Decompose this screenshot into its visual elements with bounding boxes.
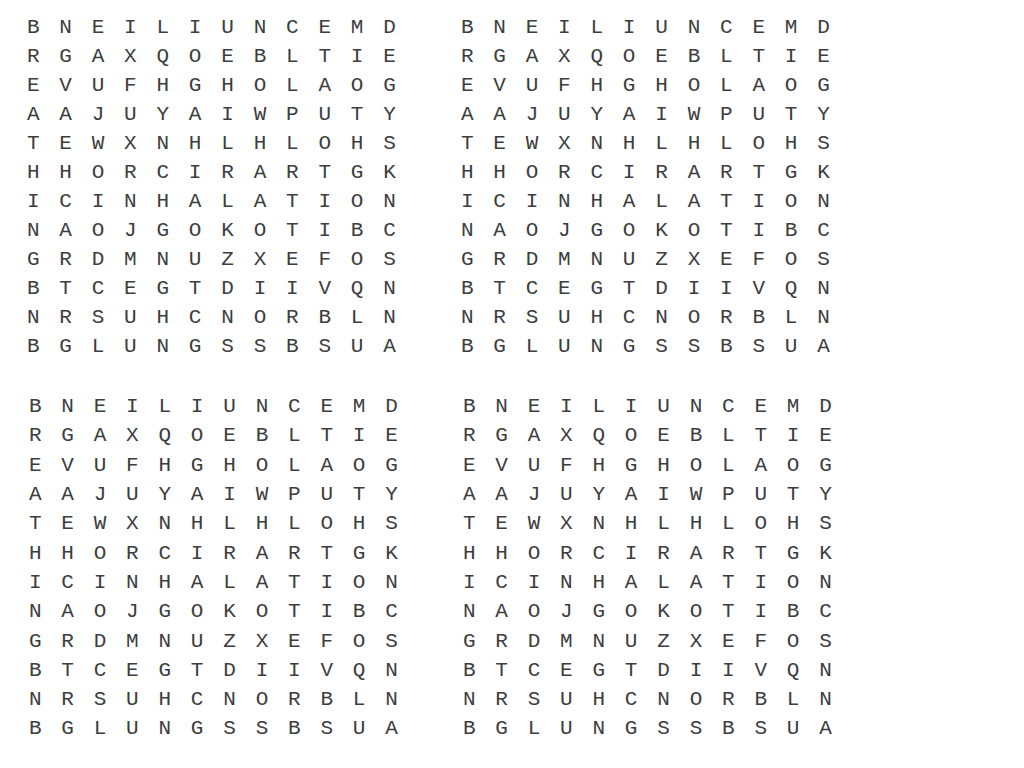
cell-r2c2: G: [49, 42, 81, 71]
cell-r12c3: L: [518, 714, 550, 743]
cell-r1c12: D: [809, 392, 841, 421]
cell-r7c10: I: [309, 187, 341, 216]
cell-r8c3: O: [82, 216, 114, 245]
cell-r7c2: C: [51, 568, 83, 597]
cell-r9c9: E: [276, 245, 308, 274]
cell-r11c8: O: [678, 303, 710, 332]
cell-r1c6: I: [615, 392, 647, 421]
cell-r10c9: I: [712, 656, 744, 685]
cell-r3c12: G: [809, 451, 841, 480]
cell-r2c2: G: [51, 421, 83, 450]
cell-r8c12: C: [809, 597, 841, 626]
cell-r6c8: A: [678, 158, 710, 187]
cell-r2c8: B: [244, 42, 276, 71]
cell-r11c9: R: [276, 303, 308, 332]
cell-r1c10: E: [743, 13, 775, 42]
cell-r2c5: Q: [581, 42, 613, 71]
cell-r7c8: A: [246, 568, 278, 597]
cell-r9c7: Z: [211, 245, 243, 274]
cell-r7c9: T: [278, 568, 310, 597]
cell-r11c4: U: [114, 303, 146, 332]
cell-r1c5: L: [149, 392, 181, 421]
cell-r11c4: U: [548, 303, 580, 332]
cell-r1c8: N: [244, 13, 276, 42]
cell-r3c10: A: [311, 451, 343, 480]
cell-r7c11: O: [775, 187, 807, 216]
cell-r10c10: V: [309, 274, 341, 303]
cell-r12c12: A: [375, 714, 407, 743]
cell-r11c10: B: [743, 303, 775, 332]
cell-r4c7: I: [647, 480, 679, 509]
cell-r1c5: L: [581, 13, 613, 42]
cell-r8c10: I: [309, 216, 341, 245]
cell-r9c4: M: [548, 245, 580, 274]
cell-r4c11: T: [341, 100, 373, 129]
cell-r10c11: Q: [343, 656, 375, 685]
cell-r1c1: B: [17, 13, 49, 42]
cell-r6c8: A: [246, 538, 278, 567]
cell-r6c1: H: [17, 158, 49, 187]
cell-r1c2: N: [49, 13, 81, 42]
cell-r6c5: C: [149, 538, 181, 567]
cell-r12c3: L: [84, 714, 116, 743]
cell-r6c7: R: [213, 538, 245, 567]
cell-r11c4: U: [550, 685, 582, 714]
cell-r1c7: U: [645, 13, 677, 42]
cell-r6c8: A: [244, 158, 276, 187]
cell-r9c5: N: [149, 626, 181, 655]
cell-r11c10: B: [745, 685, 777, 714]
cell-r10c2: T: [485, 656, 517, 685]
cell-r2c1: R: [451, 42, 483, 71]
cell-r8c11: B: [775, 216, 807, 245]
cell-r6c2: H: [49, 158, 81, 187]
cell-r10c5: G: [583, 656, 615, 685]
cell-r12c5: N: [581, 332, 613, 361]
cell-r1c3: E: [518, 392, 550, 421]
cell-r8c1: N: [17, 216, 49, 245]
cell-r11c6: C: [615, 685, 647, 714]
cell-r7c1: I: [17, 187, 49, 216]
cell-r4c4: U: [550, 480, 582, 509]
cell-r7c1: I: [451, 187, 483, 216]
word-search-grid-top-right: BNEILIUNCEMDRGAXQOEBLTIEEVUFHGHOLAOGAAJU…: [451, 13, 840, 361]
cell-r1c1: B: [19, 392, 51, 421]
cell-r2c5: Q: [149, 421, 181, 450]
cell-r3c3: U: [518, 451, 550, 480]
cell-r9c7: Z: [213, 626, 245, 655]
cell-r8c11: B: [777, 597, 809, 626]
cell-r9c12: S: [809, 626, 841, 655]
cell-r7c12: N: [809, 568, 841, 597]
cell-r1c1: B: [453, 392, 485, 421]
cell-r8c6: O: [179, 216, 211, 245]
cell-r4c8: W: [678, 100, 710, 129]
cell-r3c5: H: [581, 71, 613, 100]
cell-r6c7: R: [211, 158, 243, 187]
cell-r7c5: H: [583, 568, 615, 597]
cell-r11c11: L: [775, 303, 807, 332]
cell-r2c9: L: [712, 421, 744, 450]
cell-r6c10: T: [745, 538, 777, 567]
cell-r10c4: E: [114, 274, 146, 303]
cell-r11c6: C: [181, 685, 213, 714]
cell-r6c11: G: [341, 158, 373, 187]
cell-r5c6: H: [613, 129, 645, 158]
cell-r5c7: L: [645, 129, 677, 158]
cell-r5c5: N: [149, 509, 181, 538]
cell-r4c12: Y: [809, 480, 841, 509]
cell-r8c6: O: [615, 597, 647, 626]
cell-r8c5: G: [583, 597, 615, 626]
cell-r1c7: U: [647, 392, 679, 421]
cell-r5c12: S: [373, 129, 405, 158]
cell-r6c6: I: [181, 538, 213, 567]
cell-r2c10: T: [743, 42, 775, 71]
cell-r3c8: O: [246, 451, 278, 480]
cell-r9c9: E: [712, 626, 744, 655]
cell-r5c10: O: [745, 509, 777, 538]
cell-r10c8: I: [244, 274, 276, 303]
cell-r9c12: S: [807, 245, 839, 274]
cell-r1c1: B: [451, 13, 483, 42]
cell-r11c6: C: [179, 303, 211, 332]
cell-r6c7: R: [647, 538, 679, 567]
cell-r9c11: O: [343, 626, 375, 655]
cell-r9c11: O: [775, 245, 807, 274]
cell-r5c6: H: [181, 509, 213, 538]
cell-r3c9: L: [278, 451, 310, 480]
cell-r10c7: D: [211, 274, 243, 303]
cell-r7c11: O: [343, 568, 375, 597]
cell-r2c5: Q: [583, 421, 615, 450]
cell-r12c6: G: [181, 714, 213, 743]
cell-r8c10: I: [311, 597, 343, 626]
cell-r9c8: X: [680, 626, 712, 655]
cell-r12c7: S: [647, 714, 679, 743]
cell-r12c4: U: [116, 714, 148, 743]
cell-r11c3: S: [516, 303, 548, 332]
cell-r12c1: B: [453, 714, 485, 743]
cell-r5c2: E: [483, 129, 515, 158]
cell-r4c1: A: [453, 480, 485, 509]
cell-r8c4: J: [550, 597, 582, 626]
cell-r10c3: C: [518, 656, 550, 685]
cell-r2c11: I: [775, 42, 807, 71]
cell-r6c10: T: [309, 158, 341, 187]
cell-r6c6: I: [179, 158, 211, 187]
cell-r1c8: N: [246, 392, 278, 421]
cell-r10c8: I: [246, 656, 278, 685]
cell-r12c3: L: [82, 332, 114, 361]
cell-r4c5: Y: [583, 480, 615, 509]
cell-r3c6: G: [179, 71, 211, 100]
cell-r12c5: N: [147, 332, 179, 361]
cell-r7c2: C: [49, 187, 81, 216]
cell-r8c12: C: [375, 597, 407, 626]
cell-r5c6: H: [615, 509, 647, 538]
cell-r8c2: A: [483, 216, 515, 245]
cell-r10c6: T: [181, 656, 213, 685]
cell-r8c1: N: [451, 216, 483, 245]
cell-r2c7: E: [211, 42, 243, 71]
cell-r8c8: O: [244, 216, 276, 245]
cell-r2c8: B: [246, 421, 278, 450]
cell-r5c8: H: [244, 129, 276, 158]
cell-r12c9: B: [278, 714, 310, 743]
cell-r2c4: X: [550, 421, 582, 450]
cell-r9c7: Z: [647, 626, 679, 655]
cell-r10c12: N: [373, 274, 405, 303]
cell-r11c8: O: [246, 685, 278, 714]
cell-r11c1: N: [451, 303, 483, 332]
cell-r5c12: S: [809, 509, 841, 538]
cell-r11c3: S: [84, 685, 116, 714]
cell-r7c7: L: [213, 568, 245, 597]
cell-r3c2: V: [51, 451, 83, 480]
cell-r2c12: E: [807, 42, 839, 71]
cell-r11c6: C: [613, 303, 645, 332]
cell-r10c8: I: [678, 274, 710, 303]
cell-r4c3: J: [518, 480, 550, 509]
cell-r11c8: O: [244, 303, 276, 332]
cell-r5c2: E: [485, 509, 517, 538]
cell-r3c4: F: [550, 451, 582, 480]
cell-r12c7: S: [645, 332, 677, 361]
cell-r4c9: P: [278, 480, 310, 509]
cell-r12c3: L: [516, 332, 548, 361]
cell-r10c4: E: [550, 656, 582, 685]
cell-r11c9: R: [278, 685, 310, 714]
cell-r2c2: G: [485, 421, 517, 450]
cell-r6c6: I: [615, 538, 647, 567]
cell-r10c7: D: [647, 656, 679, 685]
cell-r3c3: U: [82, 71, 114, 100]
cell-r11c5: H: [149, 685, 181, 714]
cell-r5c1: T: [17, 129, 49, 158]
cell-r8c2: A: [485, 597, 517, 626]
cell-r9c10: F: [309, 245, 341, 274]
cell-r1c6: I: [179, 13, 211, 42]
cell-r8c4: J: [116, 597, 148, 626]
cell-r7c2: C: [485, 568, 517, 597]
cell-r8c6: O: [613, 216, 645, 245]
cell-r4c3: J: [82, 100, 114, 129]
cell-r10c2: T: [51, 656, 83, 685]
cell-r5c1: T: [453, 509, 485, 538]
cell-r5c7: L: [211, 129, 243, 158]
cell-r7c3: I: [518, 568, 550, 597]
cell-r4c3: J: [516, 100, 548, 129]
cell-r1c12: D: [807, 13, 839, 42]
word-search-grid-bottom-right: BNEILIUNCEMDRGAXQOEBLTIEEVUFHGHOLAOGAAJU…: [453, 392, 842, 744]
cell-r4c10: U: [745, 480, 777, 509]
cell-r6c4: R: [550, 538, 582, 567]
cell-r2c11: I: [341, 42, 373, 71]
cell-r3c2: V: [49, 71, 81, 100]
cell-r7c7: L: [211, 187, 243, 216]
cell-r3c4: F: [114, 71, 146, 100]
cell-r11c11: L: [341, 303, 373, 332]
cell-r4c9: P: [710, 100, 742, 129]
cell-r5c5: N: [147, 129, 179, 158]
cell-r3c11: O: [343, 451, 375, 480]
cell-r5c4: X: [550, 509, 582, 538]
cell-r11c5: H: [147, 303, 179, 332]
cell-r3c9: L: [710, 71, 742, 100]
cell-r8c8: O: [678, 216, 710, 245]
cell-r7c9: T: [712, 568, 744, 597]
cell-r8c6: O: [181, 597, 213, 626]
cell-r4c4: U: [116, 480, 148, 509]
cell-r7c3: I: [516, 187, 548, 216]
cell-r1c4: I: [548, 13, 580, 42]
cell-r4c12: Y: [807, 100, 839, 129]
cell-r5c11: H: [775, 129, 807, 158]
cell-r3c10: A: [743, 71, 775, 100]
cell-r1c2: N: [483, 13, 515, 42]
cell-r10c3: C: [516, 274, 548, 303]
cell-r12c1: B: [451, 332, 483, 361]
cell-r12c7: S: [213, 714, 245, 743]
cell-r12c5: N: [149, 714, 181, 743]
cell-r12c2: G: [485, 714, 517, 743]
cell-r4c2: A: [483, 100, 515, 129]
cell-r9c9: E: [278, 626, 310, 655]
cell-r4c1: A: [17, 100, 49, 129]
cell-r3c4: F: [116, 451, 148, 480]
cell-r11c7: N: [213, 685, 245, 714]
cell-r4c12: Y: [373, 100, 405, 129]
cell-r12c2: G: [51, 714, 83, 743]
cell-r7c1: I: [19, 568, 51, 597]
cell-r7c5: H: [581, 187, 613, 216]
cell-r4c1: A: [19, 480, 51, 509]
cell-r6c2: H: [485, 538, 517, 567]
cell-r7c6: A: [613, 187, 645, 216]
cell-r8c7: K: [647, 597, 679, 626]
cell-r3c11: O: [775, 71, 807, 100]
cell-r11c7: N: [645, 303, 677, 332]
cell-r9c7: Z: [645, 245, 677, 274]
cell-r7c11: O: [777, 568, 809, 597]
cell-r1c12: D: [375, 392, 407, 421]
cell-r11c7: N: [211, 303, 243, 332]
cell-r4c2: A: [49, 100, 81, 129]
cell-r6c3: O: [516, 158, 548, 187]
cell-r4c7: I: [645, 100, 677, 129]
cell-r7c9: T: [710, 187, 742, 216]
cell-r1c11: M: [343, 392, 375, 421]
cell-r11c2: R: [49, 303, 81, 332]
cell-r12c12: A: [809, 714, 841, 743]
cell-r6c6: I: [613, 158, 645, 187]
cell-r12c8: S: [246, 714, 278, 743]
cell-r6c5: C: [147, 158, 179, 187]
cell-r11c5: H: [581, 303, 613, 332]
cell-r9c1: G: [17, 245, 49, 274]
cell-r6c4: R: [548, 158, 580, 187]
cell-r5c5: N: [581, 129, 613, 158]
cell-r6c4: R: [116, 538, 148, 567]
cell-r4c5: Y: [581, 100, 613, 129]
cell-r12c9: B: [712, 714, 744, 743]
cell-r10c12: N: [375, 656, 407, 685]
cell-r6c5: C: [583, 538, 615, 567]
cell-r3c1: E: [17, 71, 49, 100]
cell-r3c8: O: [680, 451, 712, 480]
cell-r2c11: I: [777, 421, 809, 450]
cell-r10c10: V: [311, 656, 343, 685]
cell-r11c4: U: [116, 685, 148, 714]
cell-r12c10: S: [745, 714, 777, 743]
cell-r7c11: O: [341, 187, 373, 216]
cell-r9c3: D: [516, 245, 548, 274]
cell-r5c11: H: [777, 509, 809, 538]
cell-r4c5: Y: [147, 100, 179, 129]
cell-r4c9: P: [276, 100, 308, 129]
cell-r7c10: I: [311, 568, 343, 597]
cell-r2c3: A: [518, 421, 550, 450]
cell-r9c2: R: [49, 245, 81, 274]
cell-r5c10: O: [309, 129, 341, 158]
cell-r6c1: H: [453, 538, 485, 567]
cell-r12c11: U: [775, 332, 807, 361]
cell-r6c3: O: [82, 158, 114, 187]
cell-r9c9: E: [710, 245, 742, 274]
word-search-grid-bottom-left: BNEILIUNCEMDRGAXQOEBLTIEEVUFHGHOLAOGAAJU…: [19, 392, 408, 744]
cell-r1c3: E: [84, 392, 116, 421]
cell-r12c9: B: [710, 332, 742, 361]
cell-r3c1: E: [453, 451, 485, 480]
cell-r2c7: E: [645, 42, 677, 71]
cell-r8c8: O: [680, 597, 712, 626]
cell-r4c6: A: [179, 100, 211, 129]
cell-r9c4: M: [116, 626, 148, 655]
cell-r7c1: I: [453, 568, 485, 597]
cell-r10c9: I: [710, 274, 742, 303]
cell-r2c4: X: [116, 421, 148, 450]
cell-r10c8: I: [680, 656, 712, 685]
cell-r6c11: G: [775, 158, 807, 187]
cell-r11c12: N: [375, 685, 407, 714]
cell-r12c12: A: [373, 332, 405, 361]
cell-r1c4: I: [114, 13, 146, 42]
cell-r6c9: R: [710, 158, 742, 187]
cell-r7c3: I: [84, 568, 116, 597]
cell-r3c12: G: [807, 71, 839, 100]
cell-r7c6: A: [179, 187, 211, 216]
cell-r1c9: C: [710, 13, 742, 42]
cell-r10c7: D: [213, 656, 245, 685]
cell-r3c2: V: [483, 71, 515, 100]
word-search-grid-top-left: BNEILIUNCEMDRGAXQOEBLTIEEVUFHGHOLAOGAAJU…: [17, 13, 406, 361]
cell-r9c6: U: [179, 245, 211, 274]
cell-r10c10: V: [745, 656, 777, 685]
cell-r12c1: B: [19, 714, 51, 743]
cell-r5c3: W: [84, 509, 116, 538]
cell-r1c4: I: [550, 392, 582, 421]
cell-r5c2: E: [49, 129, 81, 158]
cell-r2c2: G: [483, 42, 515, 71]
cell-r4c1: A: [451, 100, 483, 129]
cell-r10c4: E: [548, 274, 580, 303]
cell-r11c10: B: [309, 303, 341, 332]
cell-r12c2: G: [483, 332, 515, 361]
cell-r5c1: T: [19, 509, 51, 538]
cell-r5c9: L: [712, 509, 744, 538]
cell-r1c8: N: [680, 392, 712, 421]
